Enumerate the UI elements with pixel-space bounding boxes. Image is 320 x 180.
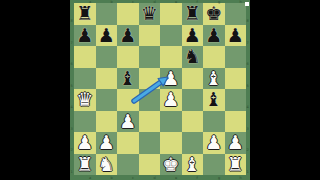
square-b2[interactable]: ♟ [96, 132, 118, 154]
black-pawn[interactable]: ♟ [182, 25, 204, 47]
square-b8[interactable] [96, 3, 118, 25]
white-pawn[interactable]: ♟ [160, 89, 182, 111]
white-queen[interactable]: ♛ [74, 89, 96, 111]
black-pawn[interactable]: ♟ [203, 25, 225, 47]
square-c8[interactable] [117, 3, 139, 25]
white-king[interactable]: ♚ [160, 154, 182, 176]
video-frame: ♜♛♜♚♟♟♟♟♟♟♞♝♟♝♛♟♝♟♟♟♟♟♜♞♚♝♜ aabbccddeeff… [0, 0, 320, 180]
square-c7[interactable]: ♟ [117, 25, 139, 47]
rank-label-right-1: 1 [247, 170, 249, 174]
square-f7[interactable]: ♟ [182, 25, 204, 47]
square-g8[interactable]: ♚ [203, 3, 225, 25]
square-d6[interactable] [139, 46, 161, 68]
rank-label-right-3: 3 [247, 127, 249, 131]
square-e4[interactable]: ♟ [160, 89, 182, 111]
square-f6[interactable]: ♞ [182, 46, 204, 68]
file-label-bottom-e: e [175, 176, 177, 180]
white-dot-artifact [245, 2, 249, 6]
square-d4[interactable] [139, 89, 161, 111]
square-f8[interactable]: ♜ [182, 3, 204, 25]
white-pawn[interactable]: ♟ [225, 132, 247, 154]
square-e8[interactable] [160, 3, 182, 25]
black-rook[interactable]: ♜ [74, 3, 96, 25]
rank-label-left-6: 6 [71, 62, 73, 66]
square-b6[interactable] [96, 46, 118, 68]
file-label-bottom-d: d [154, 176, 156, 180]
square-b5[interactable] [96, 68, 118, 90]
black-bishop[interactable]: ♝ [117, 68, 139, 90]
rank-label-right-6: 6 [247, 62, 249, 66]
square-e1[interactable]: ♚ [160, 154, 182, 176]
square-g1[interactable] [203, 154, 225, 176]
rank-label-right-2: 2 [247, 148, 249, 152]
square-c5[interactable]: ♝ [117, 68, 139, 90]
rank-label-left-4: 4 [71, 105, 73, 109]
file-label-bottom-f: f [197, 176, 198, 180]
square-b7[interactable]: ♟ [96, 25, 118, 47]
file-label-bottom-a: a [89, 176, 91, 180]
square-a4[interactable]: ♛ [74, 89, 96, 111]
file-label-bottom-h: h [240, 176, 242, 180]
square-a3[interactable] [74, 111, 96, 133]
square-c1[interactable] [117, 154, 139, 176]
black-rook[interactable]: ♜ [182, 3, 204, 25]
rank-label-left-8: 8 [71, 19, 73, 23]
square-g2[interactable]: ♟ [203, 132, 225, 154]
square-c2[interactable] [117, 132, 139, 154]
square-h6[interactable] [225, 46, 247, 68]
square-a8[interactable]: ♜ [74, 3, 96, 25]
black-queen[interactable]: ♛ [139, 3, 161, 25]
square-g5[interactable]: ♝ [203, 68, 225, 90]
file-label-bottom-c: c [132, 176, 134, 180]
white-rook[interactable]: ♜ [225, 154, 247, 176]
white-knight[interactable]: ♞ [96, 154, 118, 176]
square-c6[interactable] [117, 46, 139, 68]
rank-label-right-5: 5 [247, 84, 249, 88]
square-h8[interactable] [225, 3, 247, 25]
rank-label-left-2: 2 [71, 148, 73, 152]
square-a7[interactable]: ♟ [74, 25, 96, 47]
square-e6[interactable] [160, 46, 182, 68]
file-label-bottom-b: b [111, 176, 113, 180]
white-bishop[interactable]: ♝ [203, 68, 225, 90]
square-h5[interactable] [225, 68, 247, 90]
chess-board-frame: ♜♛♜♚♟♟♟♟♟♟♞♝♟♝♛♟♝♟♟♟♟♟♜♞♚♝♜ aabbccddeeff… [70, 0, 250, 180]
square-f3[interactable] [182, 111, 204, 133]
square-f4[interactable] [182, 89, 204, 111]
white-pawn[interactable]: ♟ [117, 111, 139, 133]
file-label-bottom-g: g [218, 176, 220, 180]
black-bishop[interactable]: ♝ [203, 89, 225, 111]
rank-label-left-7: 7 [71, 41, 73, 45]
square-g4[interactable]: ♝ [203, 89, 225, 111]
black-pawn[interactable]: ♟ [117, 25, 139, 47]
square-h7[interactable]: ♟ [225, 25, 247, 47]
black-knight[interactable]: ♞ [182, 46, 204, 68]
white-pawn[interactable]: ♟ [74, 132, 96, 154]
square-d5[interactable] [139, 68, 161, 90]
black-king[interactable]: ♚ [203, 3, 225, 25]
white-pawn[interactable]: ♟ [160, 68, 182, 90]
square-g3[interactable] [203, 111, 225, 133]
square-f2[interactable] [182, 132, 204, 154]
square-a1[interactable]: ♜ [74, 154, 96, 176]
square-g7[interactable]: ♟ [203, 25, 225, 47]
rank-label-right-7: 7 [247, 41, 249, 45]
black-pawn[interactable]: ♟ [225, 25, 247, 47]
white-pawn[interactable]: ♟ [203, 132, 225, 154]
square-d3[interactable] [139, 111, 161, 133]
square-h4[interactable] [225, 89, 247, 111]
square-b1[interactable]: ♞ [96, 154, 118, 176]
pillarbox-left [0, 0, 70, 180]
square-d7[interactable] [139, 25, 161, 47]
square-h3[interactable] [225, 111, 247, 133]
square-d1[interactable] [139, 154, 161, 176]
square-g6[interactable] [203, 46, 225, 68]
square-h1[interactable]: ♜ [225, 154, 247, 176]
white-bishop[interactable]: ♝ [182, 154, 204, 176]
chess-board: ♜♛♜♚♟♟♟♟♟♟♞♝♟♝♛♟♝♟♟♟♟♟♜♞♚♝♜ [74, 3, 246, 175]
rank-label-left-1: 1 [71, 170, 73, 174]
square-a6[interactable] [74, 46, 96, 68]
square-a2[interactable]: ♟ [74, 132, 96, 154]
square-e5[interactable]: ♟ [160, 68, 182, 90]
pillarbox-right [250, 0, 320, 180]
square-b4[interactable] [96, 89, 118, 111]
rank-label-left-5: 5 [71, 84, 73, 88]
square-a5[interactable] [74, 68, 96, 90]
square-e2[interactable] [160, 132, 182, 154]
square-h2[interactable]: ♟ [225, 132, 247, 154]
square-e3[interactable] [160, 111, 182, 133]
square-e7[interactable] [160, 25, 182, 47]
square-c4[interactable] [117, 89, 139, 111]
white-rook[interactable]: ♜ [74, 154, 96, 176]
black-pawn[interactable]: ♟ [74, 25, 96, 47]
square-c3[interactable]: ♟ [117, 111, 139, 133]
square-b3[interactable] [96, 111, 118, 133]
rank-label-right-4: 4 [247, 105, 249, 109]
black-pawn[interactable]: ♟ [96, 25, 118, 47]
rank-label-right-8: 8 [247, 19, 249, 23]
white-pawn[interactable]: ♟ [96, 132, 118, 154]
square-d2[interactable] [139, 132, 161, 154]
square-d8[interactable]: ♛ [139, 3, 161, 25]
square-f1[interactable]: ♝ [182, 154, 204, 176]
rank-label-left-3: 3 [71, 127, 73, 131]
square-f5[interactable] [182, 68, 204, 90]
